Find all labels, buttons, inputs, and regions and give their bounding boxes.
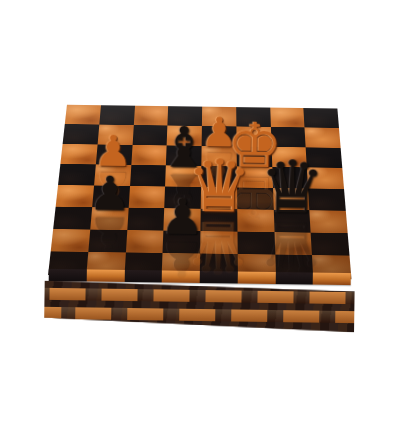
square-c5	[130, 165, 167, 186]
square-g7	[270, 127, 305, 147]
square-e3	[200, 209, 237, 232]
square-c7	[132, 125, 168, 145]
square-d5	[165, 166, 201, 187]
square-g6	[271, 147, 307, 168]
square-a6	[60, 144, 97, 165]
square-b6	[96, 144, 133, 165]
chess-board	[48, 105, 351, 280]
edge-segment-g1	[275, 272, 313, 285]
square-a8	[65, 105, 101, 125]
square-b2	[88, 229, 127, 252]
square-d2	[163, 230, 201, 253]
square-f8	[236, 107, 270, 127]
square-a5	[58, 164, 96, 185]
edge-segment-h1	[313, 273, 351, 286]
square-b3	[90, 207, 128, 230]
square-h8	[304, 108, 339, 128]
square-h3	[310, 210, 348, 233]
inlay-row-bottom	[44, 307, 354, 323]
edge-segment-c1	[124, 270, 162, 283]
square-e5	[201, 166, 237, 187]
square-e2	[200, 231, 237, 254]
product-photo-chess-box	[0, 0, 398, 425]
square-d7	[167, 125, 202, 145]
box-base	[44, 281, 355, 332]
square-h5	[307, 168, 344, 189]
square-g2	[274, 232, 312, 255]
square-f7	[236, 126, 271, 146]
square-f4	[237, 187, 273, 209]
square-g4	[273, 188, 310, 210]
square-g3	[273, 210, 311, 233]
square-c4	[128, 186, 165, 208]
square-f3	[237, 209, 274, 232]
square-d4	[164, 187, 201, 209]
square-h4	[308, 188, 346, 210]
square-b5	[94, 165, 131, 186]
square-h2	[311, 232, 350, 255]
square-b7	[97, 124, 133, 144]
edge-segment-d1	[162, 270, 200, 283]
square-g5	[272, 167, 308, 188]
square-b8	[99, 105, 134, 125]
square-b4	[92, 186, 130, 208]
square-c6	[131, 145, 167, 166]
square-d3	[164, 208, 201, 231]
inlay-row-top	[44, 288, 354, 304]
square-f6	[236, 146, 271, 167]
square-c3	[127, 208, 165, 231]
square-c8	[133, 106, 168, 126]
edge-segment-a1	[49, 269, 87, 282]
square-d8	[168, 106, 203, 126]
square-a3	[53, 207, 92, 230]
square-a7	[63, 124, 99, 144]
edge-segment-e1	[200, 271, 238, 284]
square-h6	[306, 147, 342, 168]
square-e4	[201, 187, 237, 209]
square-e6	[201, 146, 236, 167]
square-h7	[305, 127, 341, 147]
square-g8	[270, 108, 305, 128]
square-f5	[237, 167, 273, 188]
square-e7	[202, 126, 237, 146]
square-f2	[237, 231, 275, 254]
square-d6	[166, 145, 202, 166]
square-e8	[202, 107, 236, 127]
square-a2	[51, 229, 90, 252]
square-c2	[125, 230, 163, 253]
edge-segment-f1	[237, 272, 275, 285]
edge-segment-b1	[86, 269, 124, 282]
square-a4	[56, 185, 94, 207]
